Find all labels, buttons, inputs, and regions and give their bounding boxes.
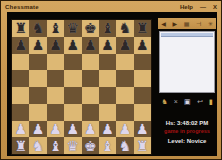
level-line: Level: Novice [157, 138, 217, 144]
square-b5[interactable] [29, 70, 46, 87]
clock-line: Hs: 3:48:02 PM [157, 120, 217, 126]
square-g4[interactable] [116, 87, 133, 104]
square-b6[interactable] [29, 54, 46, 71]
minimize-button[interactable]: — [200, 4, 206, 10]
white-king[interactable]: ♚ [84, 138, 97, 152]
white-pawn[interactable]: ♟ [14, 121, 27, 135]
white-knight[interactable]: ♞ [32, 138, 45, 152]
black-pawn[interactable]: ♟ [101, 38, 114, 52]
white-pawn[interactable]: ♟ [136, 121, 149, 135]
black-bishop[interactable]: ♝ [49, 21, 62, 35]
chess-board: ♜♞♝♛♚♝♞♜♟♟♟♟♟♟♟♟♟♟♟♟♟♟♟♟♜♞♝♛♚♝♞♜ [11, 19, 152, 155]
black-queen[interactable]: ♛ [67, 21, 80, 35]
square-b3[interactable] [29, 104, 46, 121]
square-a7[interactable]: ♟ [12, 37, 29, 54]
black-pawn[interactable]: ♟ [84, 38, 97, 52]
clock-value: 3:48:02 PM [177, 120, 208, 126]
move-list[interactable] [159, 31, 215, 93]
square-g6[interactable] [116, 54, 133, 71]
square-h4[interactable] [134, 87, 151, 104]
black-pawn[interactable]: ♟ [49, 38, 62, 52]
white-knight[interactable]: ♞ [119, 138, 132, 152]
square-g8[interactable]: ♞ [116, 20, 133, 37]
white-pawn[interactable]: ♟ [32, 121, 45, 135]
print-icon[interactable]: ▦ [184, 21, 190, 27]
square-c8[interactable]: ♝ [47, 20, 64, 37]
bottom-toolbar: ♞×▣↩▮ [158, 96, 216, 107]
white-bishop[interactable]: ♝ [101, 138, 114, 152]
window-title: Chessmate [5, 4, 173, 10]
app-content-area: ♜♞♝♛♚♝♞♜♟♟♟♟♟♟♟♟♟♟♟♟♟♟♟♟♜♞♝♛♚♝♞♜ ◀▶▦⊣✳ ♞… [7, 12, 217, 156]
square-b4[interactable] [29, 87, 46, 104]
white-pawn[interactable]: ♟ [84, 121, 97, 135]
square-f4[interactable] [99, 87, 116, 104]
square-h1[interactable]: ♜ [134, 137, 151, 154]
white-pawn[interactable]: ♟ [101, 121, 114, 135]
square-d3[interactable] [64, 104, 81, 121]
square-a3[interactable] [12, 104, 29, 121]
square-a6[interactable] [12, 54, 29, 71]
chess-app-window: Chessmate Help — X ♜♞♝♛♚♝♞♜♟♟♟♟♟♟♟♟♟♟♟♟♟… [0, 0, 222, 160]
undo-icon[interactable]: ↩ [197, 98, 203, 105]
square-h2[interactable]: ♟ [134, 121, 151, 138]
side-panel: ◀▶▦⊣✳ ♞×▣↩▮ Hs: 3:48:02 PM game in progr… [157, 18, 217, 144]
move-now-icon[interactable]: ⊣ [196, 21, 201, 27]
top-toolbar: ◀▶▦⊣✳ [158, 18, 216, 29]
white-rook[interactable]: ♜ [14, 138, 27, 152]
white-pawn[interactable]: ♟ [49, 121, 62, 135]
square-f6[interactable] [99, 54, 116, 71]
square-b7[interactable]: ♟ [29, 37, 46, 54]
white-pawn[interactable]: ♟ [119, 121, 132, 135]
square-e5[interactable] [82, 70, 99, 87]
square-e8[interactable]: ♚ [82, 20, 99, 37]
clear-icon[interactable]: × [174, 98, 178, 105]
black-pawn[interactable]: ♟ [136, 38, 149, 52]
square-c1[interactable]: ♝ [47, 137, 64, 154]
title-bar: Chessmate Help — X [1, 1, 221, 12]
square-c7[interactable]: ♟ [47, 37, 64, 54]
square-e1[interactable]: ♚ [82, 137, 99, 154]
square-a4[interactable] [12, 87, 29, 104]
square-h5[interactable] [134, 70, 151, 87]
square-g2[interactable]: ♟ [116, 121, 133, 138]
square-f8[interactable]: ♝ [99, 20, 116, 37]
square-d5[interactable] [64, 70, 81, 87]
square-a2[interactable]: ♟ [12, 121, 29, 138]
white-pawn[interactable]: ♟ [67, 121, 80, 135]
close-button[interactable]: X [213, 4, 217, 10]
square-c6[interactable] [47, 54, 64, 71]
square-c4[interactable] [47, 87, 64, 104]
square-d8[interactable]: ♛ [64, 20, 81, 37]
black-rook[interactable]: ♜ [14, 21, 27, 35]
square-d6[interactable] [64, 54, 81, 71]
square-h3[interactable] [134, 104, 151, 121]
square-e7[interactable]: ♟ [82, 37, 99, 54]
square-c5[interactable] [47, 70, 64, 87]
square-h6[interactable] [134, 54, 151, 71]
level-value: Novice [187, 138, 207, 144]
white-bishop[interactable]: ♝ [49, 138, 62, 152]
square-h8[interactable]: ♜ [134, 20, 151, 37]
square-g3[interactable] [116, 104, 133, 121]
move-list-header [161, 33, 213, 37]
status-area: Hs: 3:48:02 PM game in progress Level: N… [157, 120, 217, 144]
square-f1[interactable]: ♝ [99, 137, 116, 154]
white-rook[interactable]: ♜ [136, 138, 149, 152]
square-g1[interactable]: ♞ [116, 137, 133, 154]
square-e6[interactable] [82, 54, 99, 71]
nav-forward-icon[interactable]: ▶ [172, 21, 177, 27]
black-knight[interactable]: ♞ [32, 21, 45, 35]
black-pawn[interactable]: ♟ [14, 38, 27, 52]
square-f3[interactable] [99, 104, 116, 121]
black-king[interactable]: ♚ [84, 21, 97, 35]
square-g5[interactable] [116, 70, 133, 87]
white-queen[interactable]: ♛ [67, 138, 80, 152]
square-h7[interactable]: ♟ [134, 37, 151, 54]
level-label: Level: [168, 138, 185, 144]
black-pawn[interactable]: ♟ [119, 38, 132, 52]
square-a5[interactable] [12, 70, 29, 87]
exit-icon[interactable]: ▮ [209, 98, 213, 105]
square-e4[interactable] [82, 87, 99, 104]
game-status-text: game in progress [157, 128, 217, 134]
square-e2[interactable]: ♟ [82, 121, 99, 138]
square-b1[interactable]: ♞ [29, 137, 46, 154]
nav-back-icon[interactable]: ◀ [161, 21, 166, 27]
help-menu[interactable]: Help [180, 4, 193, 10]
square-f7[interactable]: ♟ [99, 37, 116, 54]
square-f2[interactable]: ♟ [99, 121, 116, 138]
black-knight[interactable]: ♞ [119, 21, 132, 35]
new-game-icon[interactable]: ♞ [161, 98, 167, 105]
square-a8[interactable]: ♜ [12, 20, 29, 37]
square-b8[interactable]: ♞ [29, 20, 46, 37]
hint-icon[interactable]: ✳ [208, 21, 213, 27]
square-c3[interactable] [47, 104, 64, 121]
square-e3[interactable] [82, 104, 99, 121]
black-rook[interactable]: ♜ [136, 21, 149, 35]
square-a1[interactable]: ♜ [12, 137, 29, 154]
black-pawn[interactable]: ♟ [67, 38, 80, 52]
square-g7[interactable]: ♟ [116, 37, 133, 54]
square-c2[interactable]: ♟ [47, 121, 64, 138]
square-b2[interactable]: ♟ [29, 121, 46, 138]
black-pawn[interactable]: ♟ [32, 38, 45, 52]
clock-label: Hs: [166, 120, 176, 126]
square-f5[interactable] [99, 70, 116, 87]
square-d7[interactable]: ♟ [64, 37, 81, 54]
save-icon[interactable]: ▣ [184, 98, 191, 105]
square-d2[interactable]: ♟ [64, 121, 81, 138]
black-bishop[interactable]: ♝ [101, 21, 114, 35]
square-d1[interactable]: ♛ [64, 137, 81, 154]
square-d4[interactable] [64, 87, 81, 104]
